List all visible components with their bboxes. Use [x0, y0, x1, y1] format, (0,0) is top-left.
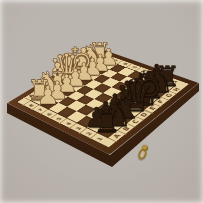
pieces-layer: ♜♟♞♟♝♟♛♟♚♟♝♟♞♟♜♟♜♟♞♟♝♟♛♟♚♟♝♟♞♟♜♟ [0, 0, 203, 203]
chess-piece-light-knight: ♞ [34, 68, 62, 100]
chess-piece-dark-pawn: ♟ [94, 98, 118, 125]
chess-piece-dark-pawn: ♟ [112, 85, 135, 111]
chess-piece-dark-bishop: ♝ [135, 67, 168, 104]
chess-piece-dark-knight: ♞ [145, 65, 174, 98]
chess-piece-light-rook: ♜ [26, 77, 51, 105]
chess-piece-dark-pawn: ♟ [103, 91, 127, 118]
chess-piece-dark-bishop: ♝ [108, 85, 143, 124]
chess-piece-dark-pawn: ♟ [84, 104, 109, 131]
chess-piece-light-pawn: ♟ [98, 46, 119, 69]
chess-piece-light-pawn: ♟ [73, 61, 94, 85]
chess-piece-dark-pawn: ♟ [137, 68, 159, 93]
chess-piece-dark-knight: ♞ [101, 96, 132, 131]
chess-piece-dark-rook: ♜ [93, 106, 121, 137]
chess-piece-light-bishop: ♝ [69, 44, 99, 78]
chess-piece-dark-pawn: ♟ [129, 73, 152, 98]
chess-piece-light-pawn: ♟ [36, 83, 59, 108]
chess-piece-light-queen: ♛ [49, 50, 84, 89]
chess-piece-dark-king: ♚ [122, 66, 163, 112]
chess-piece-light-pawn: ♟ [82, 56, 103, 80]
chess-piece-dark-pawn: ♟ [121, 79, 144, 105]
chess-piece-light-rook: ♜ [88, 41, 111, 66]
chess-piece-light-pawn: ♟ [55, 72, 77, 97]
chess-set-photo: AA88BB77CC66DD55EE44FF33GG22HH11 ♜♟♞♟♝♟♛… [0, 0, 203, 203]
chess-piece-light-pawn: ♟ [46, 77, 68, 102]
chess-piece-light-king: ♚ [57, 42, 94, 83]
chess-piece-dark-rook: ♜ [154, 63, 179, 91]
chess-piece-dark-queen: ♛ [115, 75, 154, 119]
chess-piece-dark-pawn: ♟ [146, 62, 168, 87]
chess-piece-light-bishop: ♝ [42, 59, 73, 94]
chess-piece-light-pawn: ♟ [90, 51, 111, 74]
chess-piece-light-pawn: ♟ [64, 66, 86, 90]
chess-piece-light-knight: ♞ [79, 42, 105, 71]
